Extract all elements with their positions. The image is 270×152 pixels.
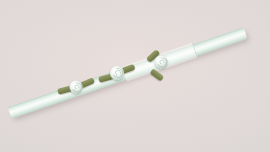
- headband-ribbon: [8, 27, 248, 118]
- photo-backdrop: [0, 0, 270, 152]
- rose-leaf: [150, 68, 165, 81]
- rose-bud: [155, 56, 168, 69]
- rose-bud: [70, 81, 83, 94]
- rose-bud: [110, 66, 124, 80]
